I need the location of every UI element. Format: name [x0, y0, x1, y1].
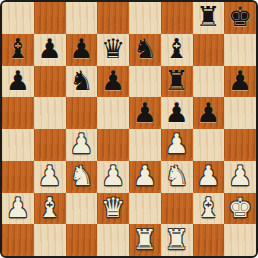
square-g1[interactable] [193, 224, 225, 256]
square-d5[interactable] [97, 97, 129, 129]
square-b1[interactable] [34, 224, 66, 256]
square-b6[interactable] [34, 66, 66, 98]
black-pawn-f5-piece[interactable]: ♟ [165, 99, 189, 126]
square-d2[interactable]: ♛ [97, 193, 129, 225]
white-king-h2-piece[interactable]: ♚ [228, 194, 252, 221]
square-b8[interactable] [34, 2, 66, 34]
square-b2[interactable]: ♝ [34, 193, 66, 225]
black-bishop-a7-piece[interactable]: ♝ [6, 35, 30, 62]
black-king-h8-piece[interactable]: ♚ [228, 3, 252, 30]
square-h7[interactable] [224, 34, 256, 66]
square-f7[interactable]: ♝ [161, 34, 193, 66]
white-knight-f3-piece[interactable]: ♞ [165, 162, 189, 189]
square-d3[interactable]: ♟ [97, 161, 129, 193]
square-e2[interactable] [129, 193, 161, 225]
square-f2[interactable] [161, 193, 193, 225]
square-e3[interactable]: ♟ [129, 161, 161, 193]
square-e1[interactable]: ♜ [129, 224, 161, 256]
square-c5[interactable] [66, 97, 98, 129]
square-f3[interactable]: ♞ [161, 161, 193, 193]
black-pawn-c7-piece[interactable]: ♟ [69, 35, 93, 62]
white-knight-c3-piece[interactable]: ♞ [69, 162, 93, 189]
black-bishop-f7-piece[interactable]: ♝ [165, 35, 189, 62]
square-c8[interactable] [66, 2, 98, 34]
square-e7[interactable]: ♞ [129, 34, 161, 66]
square-e5[interactable]: ♟ [129, 97, 161, 129]
black-rook-f6-piece[interactable]: ♜ [165, 67, 189, 94]
square-f4[interactable]: ♟ [161, 129, 193, 161]
white-pawn-f4-piece[interactable]: ♟ [165, 130, 189, 157]
black-pawn-g5-piece[interactable]: ♟ [196, 99, 220, 126]
square-b3[interactable]: ♟ [34, 161, 66, 193]
black-pawn-h6-piece[interactable]: ♟ [228, 67, 252, 94]
square-e4[interactable] [129, 129, 161, 161]
white-pawn-d3-piece[interactable]: ♟ [101, 162, 125, 189]
square-g7[interactable] [193, 34, 225, 66]
square-c7[interactable]: ♟ [66, 34, 98, 66]
black-pawn-e5-piece[interactable]: ♟ [133, 99, 157, 126]
white-bishop-g2-piece[interactable]: ♝ [196, 194, 220, 221]
square-a7[interactable]: ♝ [2, 34, 34, 66]
square-g8[interactable]: ♜ [193, 2, 225, 34]
square-a6[interactable]: ♟ [2, 66, 34, 98]
square-d8[interactable] [97, 2, 129, 34]
square-c6[interactable]: ♞ [66, 66, 98, 98]
chess-board-frame: ♜♚♝♟♟♛♞♝♟♞♟♜♟♟♟♟♟♟♟♞♟♟♞♟♟♟♝♛♝♚♜♜ [0, 0, 258, 258]
square-f1[interactable]: ♜ [161, 224, 193, 256]
square-h4[interactable] [224, 129, 256, 161]
square-c1[interactable] [66, 224, 98, 256]
square-g3[interactable]: ♟ [193, 161, 225, 193]
black-knight-c6-piece[interactable]: ♞ [69, 67, 93, 94]
white-pawn-e3-piece[interactable]: ♟ [133, 162, 157, 189]
square-c3[interactable]: ♞ [66, 161, 98, 193]
square-d1[interactable] [97, 224, 129, 256]
white-rook-f1-piece[interactable]: ♜ [165, 226, 189, 253]
square-c2[interactable] [66, 193, 98, 225]
square-a8[interactable] [2, 2, 34, 34]
square-f5[interactable]: ♟ [161, 97, 193, 129]
white-bishop-b2-piece[interactable]: ♝ [38, 194, 62, 221]
square-f8[interactable] [161, 2, 193, 34]
square-d7[interactable]: ♛ [97, 34, 129, 66]
square-b5[interactable] [34, 97, 66, 129]
square-b7[interactable]: ♟ [34, 34, 66, 66]
white-queen-d2-piece[interactable]: ♛ [101, 194, 125, 221]
black-queen-d7-piece[interactable]: ♛ [101, 35, 125, 62]
white-pawn-c4-piece[interactable]: ♟ [69, 130, 93, 157]
square-h8[interactable]: ♚ [224, 2, 256, 34]
square-g4[interactable] [193, 129, 225, 161]
square-g2[interactable]: ♝ [193, 193, 225, 225]
square-a5[interactable] [2, 97, 34, 129]
black-pawn-b7-piece[interactable]: ♟ [38, 35, 62, 62]
black-pawn-d6-piece[interactable]: ♟ [101, 67, 125, 94]
black-pawn-a6-piece[interactable]: ♟ [6, 67, 30, 94]
square-a3[interactable] [2, 161, 34, 193]
square-f6[interactable]: ♜ [161, 66, 193, 98]
square-e6[interactable] [129, 66, 161, 98]
black-knight-e7-piece[interactable]: ♞ [133, 35, 157, 62]
chess-board: ♜♚♝♟♟♛♞♝♟♞♟♜♟♟♟♟♟♟♟♞♟♟♞♟♟♟♝♛♝♚♜♜ [2, 2, 256, 256]
square-c4[interactable]: ♟ [66, 129, 98, 161]
square-h6[interactable]: ♟ [224, 66, 256, 98]
square-g6[interactable] [193, 66, 225, 98]
square-g5[interactable]: ♟ [193, 97, 225, 129]
square-h2[interactable]: ♚ [224, 193, 256, 225]
square-h3[interactable]: ♟ [224, 161, 256, 193]
square-d4[interactable] [97, 129, 129, 161]
white-rook-e1-piece[interactable]: ♜ [133, 226, 157, 253]
square-h1[interactable] [224, 224, 256, 256]
square-h5[interactable] [224, 97, 256, 129]
square-a4[interactable] [2, 129, 34, 161]
white-pawn-a2-piece[interactable]: ♟ [6, 194, 30, 221]
black-rook-g8-piece[interactable]: ♜ [196, 3, 220, 30]
square-e8[interactable] [129, 2, 161, 34]
square-a2[interactable]: ♟ [2, 193, 34, 225]
square-d6[interactable]: ♟ [97, 66, 129, 98]
white-pawn-h3-piece[interactable]: ♟ [228, 162, 252, 189]
white-pawn-g3-piece[interactable]: ♟ [196, 162, 220, 189]
square-a1[interactable] [2, 224, 34, 256]
white-pawn-b3-piece[interactable]: ♟ [38, 162, 62, 189]
square-b4[interactable] [34, 129, 66, 161]
